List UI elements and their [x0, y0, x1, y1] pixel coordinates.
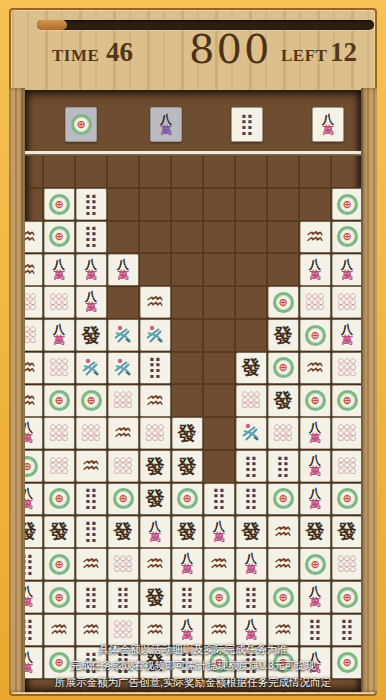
one-circle-face: ⊕	[49, 554, 70, 575]
empty-cell	[171, 253, 203, 286]
zigzag-face: ♒	[146, 291, 165, 314]
board-cell: 發	[139, 450, 171, 483]
tile-one-circle-r7c9[interactable]: ⊕	[300, 385, 331, 417]
tile-eight-wan-r3c3[interactable]: 八萬	[108, 254, 139, 286]
eight-wan-face: 八萬	[309, 586, 321, 608]
board-cell: ⊕	[203, 581, 235, 614]
empty-cell	[139, 253, 171, 286]
tile-zigzag-r14c8[interactable]: ♒	[268, 614, 299, 646]
board-cell: ♒	[267, 515, 299, 548]
tile-eight-dots-r13c3[interactable]: ⣿	[108, 581, 139, 613]
tile-nine-circles-r6c10[interactable]: ○○○○○○○○○	[332, 352, 362, 384]
eight-wan-face: 八萬	[149, 521, 161, 543]
eight-wan-face: 八萬	[213, 521, 225, 543]
board-cell: ♒	[267, 614, 299, 647]
tile-zigzag-r8c3[interactable]: ♒	[108, 417, 139, 449]
tile-eight-wan-r5c10[interactable]: 八萬	[332, 319, 362, 351]
tile-zigzag-r14c1[interactable]: ♒	[44, 614, 75, 646]
eight-wan-face: 八萬	[25, 488, 33, 510]
tile-green-dragon-r5c2[interactable]: 發	[76, 319, 107, 351]
tile-one-circle-r2c1[interactable]: ⊕	[44, 221, 75, 253]
tile-nine-circles-r7c7[interactable]: ○○○○○○○○○	[236, 385, 267, 417]
tile-green-dragon-r11c1[interactable]: 發	[44, 516, 75, 548]
board-cell: 八萬	[299, 483, 331, 516]
eight-wan-face: 八萬	[245, 619, 257, 641]
tile-one-circle-r10c5[interactable]: ⊕	[172, 483, 203, 515]
tile-nine-circles-r7c3[interactable]: ○○○○○○○○○	[108, 385, 139, 417]
board-cell: ♒	[75, 450, 107, 483]
tile-zigzag-r12c4[interactable]: ♒	[140, 548, 171, 580]
tile-green-dragon-r11c0[interactable]: 發	[25, 516, 43, 548]
tile-eight-wan-r3c1[interactable]: 八萬	[44, 254, 75, 286]
one-circle-face: ⊕	[49, 587, 70, 608]
one-circle-face: ⊕	[49, 194, 70, 215]
empty-cell	[203, 450, 235, 483]
eight-wan-face: 八萬	[117, 259, 129, 281]
tile-eight-dots-r10c6[interactable]: ⣿	[204, 483, 235, 515]
tile-one-circle-r10c3[interactable]: ⊕	[108, 483, 139, 515]
board-cell: ⊕	[299, 548, 331, 581]
board-cell: 發	[299, 515, 331, 548]
tile-one-circle-r5c9[interactable]: ⊕	[300, 319, 331, 351]
tile-green-dragon-r9c5[interactable]: 發	[172, 450, 203, 482]
tile-sparrow-r6c2[interactable]	[76, 352, 107, 384]
tile-eight-dots-r1c2[interactable]: ⣿	[76, 188, 107, 220]
zigzag-face: ♒	[50, 618, 69, 641]
board-cell: 發	[267, 384, 299, 417]
tile-zigzag-r12c6[interactable]: ♒	[204, 548, 235, 580]
board-cell: 發	[171, 450, 203, 483]
eight-wan-face: 八萬	[53, 259, 65, 281]
board-cell: ⊕	[331, 483, 361, 516]
eight-wan-face: 八萬	[341, 324, 353, 346]
board-cell: ♒	[203, 548, 235, 581]
eight-wan-face: 八萬	[85, 259, 97, 281]
board-cell: ⊕	[331, 221, 361, 254]
board-cell: 八萬	[299, 581, 331, 614]
tile-nine-circles-r5c0[interactable]: ○○○○○○○○○	[25, 319, 43, 351]
tile-one-circle-r7c2[interactable]: ⊕	[76, 385, 107, 417]
tile-one-circle-r6c8[interactable]: ⊕	[268, 352, 299, 384]
empty-cell	[267, 188, 299, 221]
eight-wan-face: 八萬	[309, 422, 321, 444]
empty-cell	[43, 155, 75, 188]
board-cell: ♒	[75, 614, 107, 647]
board-cell: ⣿	[171, 581, 203, 614]
tile-nine-circles-r6c1[interactable]: ○○○○○○○○○	[44, 352, 75, 384]
board-cell: 發	[235, 515, 267, 548]
zigzag-face: ♒	[114, 422, 133, 445]
green-dragon-face: 發	[242, 522, 261, 541]
empty-cell	[235, 319, 267, 352]
zigzag-face: ♒	[146, 618, 165, 641]
eight-dots-face: ⣿	[83, 521, 98, 542]
sparrow-face	[80, 357, 102, 379]
tile-one-circle-r12c9[interactable]: ⊕	[300, 548, 331, 580]
tile-eight-dots-r9c7[interactable]: ⣿	[236, 450, 267, 482]
tile-eight-wan-r8c9[interactable]: 八萬	[300, 417, 331, 449]
board-cell: ♒	[139, 286, 171, 319]
eight-wan-face: 八萬	[85, 291, 97, 313]
special-tile-one-circle[interactable]: ⊕	[65, 107, 97, 142]
empty-cell	[171, 352, 203, 385]
tile-eight-wan-r11c4[interactable]: 八萬	[140, 516, 171, 548]
tile-one-circle-r13c1[interactable]: ⊕	[44, 581, 75, 613]
tile-eight-wan-r13c9[interactable]: 八萬	[300, 581, 331, 613]
board-cell: ♒	[107, 417, 139, 450]
nine-circles-face: ○○○○○○○○○	[50, 425, 68, 442]
ad-disclaimer-line-1: 具体金额以活动细则及实际完成任务为准	[25, 643, 361, 655]
eight-dots-face: ⣿	[147, 357, 162, 378]
board-cell: 八萬	[75, 286, 107, 319]
tile-green-dragon-r11c3[interactable]: 發	[108, 516, 139, 548]
tile-eight-dots-r11c2[interactable]: ⣿	[76, 516, 107, 548]
board-cell: ○○○○○○○○○	[107, 614, 139, 647]
tile-eight-dots-r14c9[interactable]: ⣿	[300, 614, 331, 646]
tile-green-dragon-r11c7[interactable]: 發	[236, 516, 267, 548]
tile-eight-dots-r14c0[interactable]: ⣿	[25, 614, 43, 646]
board-cell: ○○○○○○○○○	[267, 417, 299, 450]
eight-dots-face: ⣿	[179, 587, 194, 608]
tile-eight-wan-r14c7[interactable]: 八萬	[236, 614, 267, 646]
tile-eight-wan-r4c2[interactable]: 八萬	[76, 286, 107, 318]
board-cell: ⣿	[267, 450, 299, 483]
tile-zigzag-r7c0[interactable]: ♒	[25, 385, 43, 417]
tile-eight-wan-r8c0[interactable]: 八萬	[25, 417, 43, 449]
eight-dots-face: ⣿	[239, 114, 254, 135]
green-dragon-face: 發	[114, 522, 133, 541]
tile-eight-wan-r3c10[interactable]: 八萬	[332, 254, 362, 286]
board-cell: ⣿	[75, 581, 107, 614]
tile-eight-wan-r13c0[interactable]: 八萬	[25, 581, 43, 613]
board-cell: ○○○○○○○○○	[107, 548, 139, 581]
green-dragon-face: 發	[146, 457, 165, 476]
board-cell: ○○○○○○○○○	[331, 352, 361, 385]
tile-eight-wan-r3c2[interactable]: 八萬	[76, 254, 107, 286]
tile-green-dragon-r13c4[interactable]: 發	[140, 581, 171, 613]
tile-eight-dots-r10c2[interactable]: ⣿	[76, 483, 107, 515]
tile-zigzag-r12c8[interactable]: ♒	[268, 548, 299, 580]
tile-one-circle-r9c0[interactable]: ⊕	[25, 450, 43, 482]
green-dragon-face: 發	[178, 522, 197, 541]
zigzag-face: ♒	[82, 455, 101, 478]
tile-eight-dots-r14c10[interactable]: ⣿	[332, 614, 362, 646]
board-cell: 八萬	[331, 253, 361, 286]
tile-sparrow-r8c7[interactable]	[236, 417, 267, 449]
empty-cell	[267, 155, 299, 188]
zigzag-face: ♒	[146, 389, 165, 412]
tile-green-dragon-r11c5[interactable]: 發	[172, 516, 203, 548]
tile-zigzag-r6c9[interactable]: ♒	[300, 352, 331, 384]
board-cell: ⊕	[43, 384, 75, 417]
tile-eight-wan-r5c1[interactable]: 八萬	[44, 319, 75, 351]
board-cell: ⣿	[235, 450, 267, 483]
tile-eight-wan-r12c5[interactable]: 八萬	[172, 548, 203, 580]
one-circle-face: ⊕	[177, 488, 198, 509]
board-cell: ⣿	[75, 188, 107, 221]
board-cell: ⣿	[139, 352, 171, 385]
tile-nine-circles-r8c8[interactable]: ○○○○○○○○○	[268, 417, 299, 449]
tile-zigzag-r2c0[interactable]: ♒	[25, 221, 43, 253]
board-cell: ○○○○○○○○○	[43, 286, 75, 319]
eight-dots-face: ⣿	[243, 587, 258, 608]
board-cell: ○○○○○○○○○	[299, 286, 331, 319]
empty-cell	[107, 286, 139, 319]
board-cell: ○○○○○○○○○	[331, 286, 361, 319]
tile-green-dragon-r9c4[interactable]: 發	[140, 450, 171, 482]
one-circle-face: ⊕	[113, 488, 134, 509]
tile-one-circle-r7c10[interactable]: ⊕	[332, 385, 362, 417]
green-dragon-face: 發	[178, 424, 197, 443]
board-cell: 發	[267, 319, 299, 352]
green-dragon-face: 發	[146, 489, 165, 508]
board-cell: ♒	[299, 221, 331, 254]
board-cell: 發	[75, 319, 107, 352]
tile-eight-dots-r13c5[interactable]: ⣿	[172, 581, 203, 613]
tile-one-circle-r2c10[interactable]: ⊕	[332, 221, 362, 253]
zigzag-face: ♒	[82, 553, 101, 576]
board-cell	[107, 352, 139, 385]
tile-nine-circles-r12c3[interactable]: ○○○○○○○○○	[108, 548, 139, 580]
board-cell: ⣿	[25, 614, 43, 647]
tile-nine-circles-r14c3[interactable]: ○○○○○○○○○	[108, 614, 139, 646]
board-cell: ⊕	[25, 450, 43, 483]
one-circle-face: ⊕	[337, 587, 358, 608]
time-label: TIME	[52, 46, 99, 66]
board-cell: 發	[171, 417, 203, 450]
tile-green-dragon-r7c8[interactable]: 發	[268, 385, 299, 417]
tile-one-circle-r12c1[interactable]: ⊕	[44, 548, 75, 580]
empty-cell	[171, 188, 203, 221]
one-circle-face: ⊕	[71, 114, 92, 135]
nine-circles-face: ○○○○○○○○○	[50, 359, 68, 376]
board-cell: ⊕	[267, 352, 299, 385]
board-cell: 發	[107, 515, 139, 548]
one-circle-face: ⊕	[337, 390, 358, 411]
board-cell: ⊕	[43, 483, 75, 516]
tile-zigzag-r9c2[interactable]: ♒	[76, 450, 107, 482]
board-cell: 八萬	[235, 614, 267, 647]
tile-nine-circles-r4c1[interactable]: ○○○○○○○○○	[44, 286, 75, 318]
tile-nine-circles-r8c10[interactable]: ○○○○○○○○○	[332, 417, 362, 449]
tile-sparrow-r6c3[interactable]	[108, 352, 139, 384]
one-circle-face: ⊕	[305, 390, 326, 411]
tile-eight-dots-r2c2[interactable]: ⣿	[76, 221, 107, 253]
empty-cell	[299, 155, 331, 188]
green-dragon-face: 發	[50, 522, 69, 541]
board-cell: ♒	[139, 548, 171, 581]
tile-eight-dots-r12c0[interactable]: ⣿	[25, 548, 43, 580]
board-cell: ○○○○○○○○○	[107, 450, 139, 483]
tile-green-dragon-r6c7[interactable]: 發	[236, 352, 267, 384]
board-cell: ○○○○○○○○○	[43, 417, 75, 450]
tile-one-circle-r10c1[interactable]: ⊕	[44, 483, 75, 515]
empty-cell	[203, 417, 235, 450]
tile-green-dragon-r11c9[interactable]: 發	[300, 516, 331, 548]
board-cell: ♒	[43, 614, 75, 647]
tile-nine-circles-r8c2[interactable]: ○○○○○○○○○	[76, 417, 107, 449]
tile-nine-circles-r9c3[interactable]: ○○○○○○○○○	[108, 450, 139, 482]
eight-wan-face: 八萬	[181, 553, 193, 575]
tile-eight-wan-r11c6[interactable]: 八萬	[204, 516, 235, 548]
nine-circles-face: ○○○○○○○○○	[25, 327, 36, 344]
empty-cell	[235, 188, 267, 221]
board-cell: 發	[331, 515, 361, 548]
special-tile-eight-wan[interactable]: 八萬	[150, 107, 182, 142]
board-cell: ⊕	[267, 483, 299, 516]
tile-eight-dots-r6c4[interactable]: ⣿	[140, 352, 171, 384]
tile-nine-circles-r9c1[interactable]: ○○○○○○○○○	[44, 450, 75, 482]
tile-zigzag-r6c0[interactable]: ♒	[25, 352, 43, 384]
board-cell: ♒	[267, 548, 299, 581]
board-cell: 八萬	[25, 581, 43, 614]
eight-wan-face: 八萬	[25, 586, 33, 608]
tile-one-circle-r13c10[interactable]: ⊕	[332, 581, 362, 613]
tile-eight-wan-r10c0[interactable]: 八萬	[25, 483, 43, 515]
tile-one-circle-r7c1[interactable]: ⊕	[44, 385, 75, 417]
board-cell: 八萬	[299, 253, 331, 286]
tile-zigzag-r3c0[interactable]: ♒	[25, 254, 43, 286]
tile-zigzag-r4c4[interactable]: ♒	[140, 286, 171, 318]
eight-wan-face: 八萬	[322, 114, 334, 136]
special-tile-eight-dots[interactable]: ⣿	[231, 107, 263, 142]
zigzag-face: ♒	[274, 618, 293, 641]
tile-eight-wan-r10c9[interactable]: 八萬	[300, 483, 331, 515]
sparrow-face	[112, 324, 134, 346]
tile-zigzag-r14c6[interactable]: ♒	[204, 614, 235, 646]
tile-one-circle-r13c6[interactable]: ⊕	[204, 581, 235, 613]
tile-eight-wan-r14c5[interactable]: 八萬	[172, 614, 203, 646]
tile-eight-wan-r3c9[interactable]: 八萬	[300, 254, 331, 286]
tile-one-circle-r1c1[interactable]: ⊕	[44, 188, 75, 220]
tile-green-dragon-r10c4[interactable]: 發	[140, 483, 171, 515]
board-cell: ⣿	[25, 548, 43, 581]
board-cell	[107, 319, 139, 352]
zigzag-face: ♒	[274, 520, 293, 543]
nine-circles-face: ○○○○○○○○○	[274, 425, 292, 442]
tile-eight-wan-r12c7[interactable]: 八萬	[236, 548, 267, 580]
board-cell	[139, 319, 171, 352]
board-cell: 八萬	[203, 515, 235, 548]
board-cell: 八萬	[299, 450, 331, 483]
tile-eight-dots-r13c7[interactable]: ⣿	[236, 581, 267, 613]
tile-sparrow-r5c3[interactable]	[108, 319, 139, 351]
board-cell: 發	[139, 483, 171, 516]
tile-zigzag-r2c9[interactable]: ♒	[300, 221, 331, 253]
board-cell: ♒	[299, 352, 331, 385]
game-board: ⊕八萬⣿八萬 ⊕⣿⊕♒⊕⣿♒⊕♒八萬八萬八萬八萬八萬○○○○○○○○○○○○○○…	[25, 90, 361, 692]
eight-dots-face: ⣿	[25, 554, 35, 575]
tile-zigzag-r14c2[interactable]: ♒	[76, 614, 107, 646]
tile-nine-circles-r9c10[interactable]: ○○○○○○○○○	[332, 450, 362, 482]
board-cell: 發	[25, 515, 43, 548]
tile-nine-circles-r4c10[interactable]: ○○○○○○○○○	[332, 286, 362, 318]
sparrow-face	[112, 357, 134, 379]
board-cell: ♒	[25, 384, 43, 417]
green-dragon-face: 發	[306, 522, 325, 541]
green-dragon-face: 發	[25, 522, 37, 541]
board-cell: ⊕	[43, 548, 75, 581]
board-cell: ♒	[139, 384, 171, 417]
one-circle-face: ⊕	[25, 456, 38, 477]
tile-one-circle-r4c8[interactable]: ⊕	[268, 286, 299, 318]
board-cell: ⊕	[299, 319, 331, 352]
eight-wan-face: 八萬	[53, 324, 65, 346]
tile-eight-wan-r9c9[interactable]: 八萬	[300, 450, 331, 482]
green-dragon-face: 發	[338, 522, 357, 541]
board-cell: ⊕	[331, 188, 361, 221]
tile-green-dragon-r8c5[interactable]: 發	[172, 417, 203, 449]
tile-eight-dots-r10c7[interactable]: ⣿	[236, 483, 267, 515]
tile-one-circle-r1c10[interactable]: ⊕	[332, 188, 362, 220]
nine-circles-face: ○○○○○○○○○	[338, 458, 356, 475]
zigzag-face: ♒	[25, 225, 36, 248]
tile-nine-circles-r8c1[interactable]: ○○○○○○○○○	[44, 417, 75, 449]
tile-zigzag-r11c8[interactable]: ♒	[268, 516, 299, 548]
tile-one-circle-r10c8[interactable]: ⊕	[268, 483, 299, 515]
board-cell: ⣿	[107, 581, 139, 614]
empty-cell	[171, 221, 203, 254]
board-cell: 八萬	[171, 548, 203, 581]
tile-eight-dots-r9c8[interactable]: ⣿	[268, 450, 299, 482]
tile-zigzag-r7c4[interactable]: ♒	[140, 385, 171, 417]
empty-cell	[171, 155, 203, 188]
board-cell: ♒	[25, 253, 43, 286]
zigzag-face: ♒	[25, 356, 36, 379]
tile-one-circle-r13c8[interactable]: ⊕	[268, 581, 299, 613]
one-circle-face: ⊕	[273, 357, 294, 378]
tile-eight-dots-r13c2[interactable]: ⣿	[76, 581, 107, 613]
score-value: 800	[189, 26, 271, 72]
tile-sparrow-r5c4[interactable]	[140, 319, 171, 351]
tile-zigzag-r12c2[interactable]: ♒	[76, 548, 107, 580]
board-cell: ⊕	[171, 483, 203, 516]
board-cell: 八萬	[75, 253, 107, 286]
special-tile-eight-wan[interactable]: 八萬	[312, 107, 344, 142]
sparrow-face	[144, 324, 166, 346]
tile-nine-circles-r4c9[interactable]: ○○○○○○○○○	[300, 286, 331, 318]
one-circle-face: ⊕	[49, 488, 70, 509]
one-circle-face: ⊕	[49, 390, 70, 411]
board-cell: ○○○○○○○○○	[75, 417, 107, 450]
eight-dots-face: ⣿	[83, 194, 98, 215]
green-dragon-face: 發	[82, 326, 101, 345]
tile-nine-circles-r12c10[interactable]: ○○○○○○○○○	[332, 548, 362, 580]
nine-circles-face: ○○○○○○○○○	[338, 359, 356, 376]
board-cell: ♒	[139, 614, 171, 647]
board-cell: ○○○○○○○○○	[235, 384, 267, 417]
board-cell: ⊕	[331, 384, 361, 417]
nine-circles-face: ○○○○○○○○○	[338, 294, 356, 311]
nine-circles-face: ○○○○○○○○○	[306, 294, 324, 311]
board-cell	[75, 352, 107, 385]
one-circle-face: ⊕	[305, 554, 326, 575]
empty-cell	[139, 221, 171, 254]
tile-nine-circles-r8c4[interactable]: ○○○○○○○○○	[140, 417, 171, 449]
eight-dots-face: ⣿	[83, 488, 98, 509]
one-circle-face: ⊕	[81, 390, 102, 411]
board-cell: 發	[43, 515, 75, 548]
special-tile-row: ⊕八萬⣿八萬	[25, 107, 361, 140]
empty-cell	[25, 188, 43, 221]
one-circle-face: ⊕	[337, 488, 358, 509]
tile-zigzag-r14c4[interactable]: ♒	[140, 614, 171, 646]
tile-one-circle-r10c10[interactable]: ⊕	[332, 483, 362, 515]
tile-green-dragon-r5c8[interactable]: 發	[268, 319, 299, 351]
tile-green-dragon-r11c10[interactable]: 發	[332, 516, 362, 548]
tile-nine-circles-r4c0[interactable]: ○○○○○○○○○	[25, 286, 43, 318]
board-cell: ⊕	[299, 384, 331, 417]
